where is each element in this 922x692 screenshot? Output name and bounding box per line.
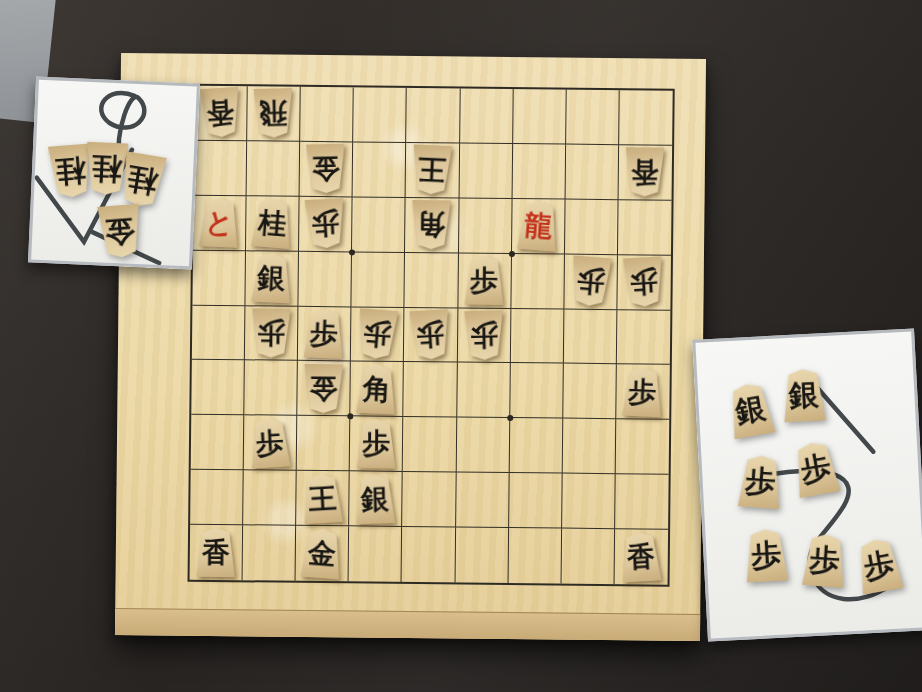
board-cell-9-3[interactable]: と	[193, 195, 247, 250]
shogi-piece-sente-pp[interactable]: と	[196, 197, 242, 248]
piece-kanji: 歩	[461, 310, 506, 360]
board-cell-4-5[interactable]: 歩	[457, 308, 511, 363]
shogi-piece-gote-p[interactable]: 歩	[302, 198, 349, 250]
board-cell-5-4[interactable]	[405, 253, 459, 308]
board-cell-2-7[interactable]	[562, 419, 616, 474]
board-cell-6-4[interactable]	[352, 252, 406, 307]
board-cell-8-9[interactable]	[243, 525, 297, 580]
board-cell-8-6[interactable]	[244, 361, 298, 416]
shogi-piece-sente-p[interactable]: 歩	[799, 533, 850, 588]
board-cell-2-1[interactable]	[566, 90, 620, 145]
board-cell-5-1[interactable]	[407, 88, 461, 143]
board-cell-3-6[interactable]	[510, 363, 564, 418]
shogi-piece-gote-r[interactable]: 飛	[251, 88, 296, 138]
shogi-piece-gote-g[interactable]: 金	[302, 364, 347, 413]
piece-kanji: 歩	[799, 533, 850, 588]
board-cell-4-7[interactable]	[456, 418, 510, 473]
shogi-piece-sente-p[interactable]: 歩	[301, 308, 347, 359]
board-cell-9-1[interactable]: 香	[194, 86, 248, 141]
piece-kanji: 王	[299, 472, 346, 524]
board-cell-8-5[interactable]: 歩	[245, 306, 299, 361]
shogi-piece-sente-p[interactable]: 歩	[741, 528, 791, 582]
piece-kanji: 銀	[779, 368, 829, 422]
shogi-piece-sente-s[interactable]: 銀	[723, 380, 778, 439]
board-cell-5-6[interactable]	[404, 362, 458, 417]
shogi-piece-sente-s[interactable]: 銀	[779, 368, 829, 422]
board-cell-4-8[interactable]	[456, 473, 510, 528]
shogi-piece-gote-p[interactable]: 歩	[461, 310, 506, 360]
shogi-piece-sente-s[interactable]: 銀	[249, 253, 295, 304]
board-cell-6-3[interactable]	[352, 197, 406, 252]
board-cell-1-8[interactable]	[615, 474, 669, 529]
board-cell-4-4[interactable]: 歩	[458, 253, 512, 308]
board-cell-3-4[interactable]	[511, 254, 565, 309]
board-cell-8-4[interactable]: 銀	[246, 251, 300, 306]
board-grid: 香飛金王香と桂歩角龍銀歩歩歩歩歩歩歩歩金角歩歩歩王銀香金香	[188, 84, 675, 587]
piece-kanji: 歩	[462, 256, 507, 305]
board-cell-6-7[interactable]: 歩	[350, 417, 404, 472]
shogi-piece-gote-n[interactable]: 桂	[115, 151, 170, 210]
board-cell-2-9[interactable]	[561, 529, 615, 584]
piece-kanji: 歩	[567, 255, 615, 307]
board-cell-7-7[interactable]	[297, 416, 351, 471]
shogi-piece-gote-k[interactable]: 王	[409, 145, 455, 196]
board-cell-9-7[interactable]	[191, 415, 245, 470]
piece-kanji: 歩	[851, 536, 906, 595]
board-cell-6-8[interactable]: 銀	[349, 472, 403, 527]
board-cell-1-5[interactable]	[617, 310, 671, 365]
shogi-piece-sente-k[interactable]: 王	[299, 472, 346, 524]
shogi-piece-sente-p[interactable]: 歩	[788, 439, 843, 498]
board-cell-7-8[interactable]: 王	[296, 471, 350, 526]
board-cell-2-3[interactable]	[565, 199, 619, 254]
board-cell-6-1[interactable]	[353, 87, 407, 142]
piece-kanji: 龍	[514, 200, 562, 252]
board-cell-9-9[interactable]: 香	[190, 525, 244, 580]
shogi-piece-gote-p[interactable]: 歩	[567, 255, 615, 307]
board-cell-4-2[interactable]	[459, 143, 513, 198]
board-cell-3-5[interactable]	[510, 309, 564, 364]
board-cell-8-1[interactable]: 飛	[247, 86, 301, 141]
board-cell-1-7[interactable]	[616, 419, 670, 474]
shogi-piece-sente-p[interactable]: 歩	[462, 256, 507, 305]
piece-kanji: 金	[94, 204, 145, 260]
board-front-edge	[115, 608, 700, 641]
piece-kanji: 歩	[302, 198, 349, 250]
piece-kanji: 銀	[353, 474, 398, 524]
piece-kanji: 歩	[354, 419, 399, 468]
board-cell-9-4[interactable]	[192, 250, 246, 305]
piece-kanji: 金	[298, 527, 346, 579]
shogi-piece-gote-b[interactable]: 角	[410, 200, 455, 249]
board-cell-2-8[interactable]	[562, 474, 616, 529]
board-cell-1-9[interactable]: 香	[614, 529, 668, 584]
shogi-piece-sente-p[interactable]: 歩	[247, 417, 294, 469]
board-cell-4-1[interactable]	[460, 89, 514, 144]
star-point	[348, 414, 354, 420]
board-cell-5-2[interactable]: 王	[406, 143, 460, 198]
piece-kanji: 歩	[247, 417, 294, 469]
piece-kanji: 香	[623, 148, 668, 197]
board-cell-1-1[interactable]	[619, 90, 673, 145]
board-cell-4-9[interactable]	[455, 528, 509, 583]
board-cell-5-8[interactable]	[403, 472, 457, 527]
board-cell-5-7[interactable]	[403, 417, 457, 472]
board-cell-4-6[interactable]	[457, 363, 511, 418]
board-cell-7-4[interactable]	[299, 251, 353, 306]
piece-kanji: 角	[410, 200, 455, 249]
piece-kanji: 角	[354, 364, 400, 415]
shogi-piece-sente-b[interactable]: 角	[354, 364, 400, 415]
shogi-piece-sente-p[interactable]: 歩	[851, 536, 906, 595]
piece-kanji: 歩	[354, 308, 402, 360]
piece-kanji: 歩	[620, 366, 666, 417]
shogi-piece-gote-p[interactable]: 歩	[621, 256, 668, 308]
board-cell-9-6[interactable]	[191, 360, 245, 415]
board-cell-7-9[interactable]: 金	[296, 526, 350, 581]
board-cell-6-5[interactable]: 歩	[351, 307, 405, 362]
shogi-piece-gote-l[interactable]: 香	[197, 87, 244, 139]
shogi-piece-gote-p[interactable]: 歩	[249, 308, 294, 357]
board-cell-3-9[interactable]	[508, 528, 562, 583]
board-cell-4-3[interactable]	[459, 198, 513, 253]
piece-kanji: 金	[302, 364, 347, 413]
piece-kanji: 歩	[741, 528, 791, 582]
board-cell-7-1[interactable]	[300, 87, 354, 142]
board-cell-8-7[interactable]: 歩	[244, 416, 298, 471]
board-cell-6-6[interactable]: 角	[351, 362, 405, 417]
board-cell-5-9[interactable]	[402, 527, 456, 582]
board-cell-2-5[interactable]	[564, 309, 618, 364]
board-cell-6-2[interactable]	[353, 142, 407, 197]
shogi-piece-gote-l[interactable]: 香	[623, 148, 668, 197]
piece-kanji: 香	[618, 531, 665, 583]
shogi-piece-gote-p[interactable]: 歩	[354, 308, 402, 360]
shogi-piece-sente-p[interactable]: 歩	[735, 454, 786, 509]
piece-kanji: 歩	[301, 308, 347, 359]
board-cell-2-6[interactable]	[563, 364, 617, 419]
piece-kanji: 飛	[251, 88, 296, 138]
shogi-piece-sente-g[interactable]: 金	[298, 527, 346, 579]
shogi-board: 香飛金王香と桂歩角龍銀歩歩歩歩歩歩歩歩金角歩歩歩王銀香金香	[115, 53, 706, 641]
piece-kanji: 銀	[249, 253, 295, 304]
piece-kanji: 歩	[788, 439, 843, 498]
piece-kanji: 歩	[249, 308, 294, 357]
star-point	[349, 249, 355, 255]
shogi-piece-gote-g[interactable]: 金	[94, 204, 145, 260]
board-cell-8-3[interactable]: 桂	[246, 196, 300, 251]
board-cell-1-2[interactable]: 香	[618, 145, 672, 200]
board-cell-3-1[interactable]	[513, 89, 567, 144]
piece-kanji: 銀	[723, 380, 778, 439]
board-cell-9-5[interactable]	[192, 305, 246, 360]
board-cell-5-5[interactable]: 歩	[404, 307, 458, 362]
board-cell-1-6[interactable]: 歩	[616, 365, 670, 420]
piece-kanji: 歩	[407, 309, 454, 361]
board-cell-1-4[interactable]: 歩	[617, 255, 671, 310]
shogi-piece-gote-g[interactable]: 金	[304, 144, 349, 194]
board-cell-2-4[interactable]: 歩	[564, 254, 618, 309]
board-cell-7-5[interactable]: 歩	[298, 306, 352, 361]
shogi-piece-sente-pr[interactable]: 龍	[514, 200, 562, 252]
board-cell-5-3[interactable]: 角	[405, 198, 459, 253]
shogi-piece-sente-p[interactable]: 歩	[354, 419, 399, 468]
board-cell-2-2[interactable]	[565, 144, 619, 199]
shogi-piece-sente-s[interactable]: 銀	[353, 474, 398, 524]
shogi-piece-sente-l[interactable]: 香	[618, 531, 665, 583]
piece-kanji: と	[196, 197, 242, 248]
piece-kanji: 香	[194, 528, 239, 577]
board-cell-9-8[interactable]	[190, 470, 244, 525]
piece-kanji: 桂	[249, 197, 297, 249]
board-cell-6-9[interactable]	[349, 526, 403, 581]
star-point	[509, 251, 515, 257]
shogi-piece-sente-n[interactable]: 桂	[249, 197, 297, 249]
komadai-sente: 銀銀歩歩歩歩歩	[692, 328, 922, 641]
piece-kanji: 歩	[735, 454, 786, 509]
board-cell-3-3[interactable]: 龍	[512, 199, 566, 254]
board-cell-7-6[interactable]: 金	[297, 361, 351, 416]
board-cell-8-2[interactable]	[247, 141, 301, 196]
board-cell-1-3[interactable]	[618, 200, 672, 255]
board-cell-3-7[interactable]	[509, 418, 563, 473]
piece-kanji: 香	[197, 87, 244, 139]
board-cell-7-3[interactable]: 歩	[299, 197, 353, 252]
board-cell-8-8[interactable]	[243, 470, 297, 525]
piece-kanji: 王	[409, 145, 455, 196]
board-cell-7-2[interactable]: 金	[300, 142, 354, 197]
piece-kanji: 桂	[115, 151, 170, 210]
piece-kanji: 金	[304, 144, 349, 194]
shogi-piece-sente-p[interactable]: 歩	[620, 366, 666, 417]
shogi-piece-gote-p[interactable]: 歩	[407, 309, 454, 361]
piece-kanji: 歩	[621, 256, 668, 308]
shogi-piece-sente-l[interactable]: 香	[194, 528, 239, 577]
board-cell-3-8[interactable]	[509, 473, 563, 528]
board-cell-9-2[interactable]	[194, 141, 248, 196]
board-cell-3-2[interactable]	[512, 144, 566, 199]
komadai-gote: 桂桂桂金	[28, 77, 200, 270]
star-point	[507, 415, 513, 421]
